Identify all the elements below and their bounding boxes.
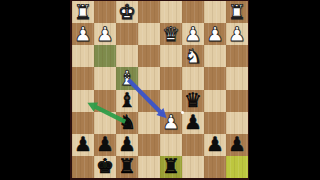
square-d3[interactable] xyxy=(160,45,182,67)
square-b4[interactable] xyxy=(204,67,226,89)
square-f7[interactable]: ♟ xyxy=(116,134,138,156)
piece-black-bishop[interactable]: ♝ xyxy=(118,90,136,110)
square-h2[interactable]: ♟ xyxy=(72,23,94,45)
letterbox-right xyxy=(249,0,320,180)
piece-white-queen[interactable]: ♛ xyxy=(162,24,180,44)
square-b7[interactable]: ♟ xyxy=(204,134,226,156)
square-c5[interactable]: ♛ xyxy=(182,90,204,112)
piece-white-knight[interactable]: ♞ xyxy=(184,46,202,66)
square-b8[interactable] xyxy=(204,156,226,178)
square-f3[interactable] xyxy=(116,45,138,67)
piece-white-pawn[interactable]: ♟ xyxy=(206,24,224,44)
square-f8[interactable]: ♜ xyxy=(116,156,138,178)
square-h8[interactable] xyxy=(72,156,94,178)
square-c2[interactable]: ♟ xyxy=(182,23,204,45)
square-e4[interactable] xyxy=(138,67,160,89)
square-d7[interactable] xyxy=(160,134,182,156)
square-g4[interactable] xyxy=(94,67,116,89)
piece-black-pawn[interactable]: ♟ xyxy=(228,134,246,154)
square-d2[interactable]: ♛ xyxy=(160,23,182,45)
square-e5[interactable] xyxy=(138,90,160,112)
piece-white-pawn[interactable]: ♟ xyxy=(228,24,246,44)
square-h3[interactable] xyxy=(72,45,94,67)
square-e6[interactable] xyxy=(138,112,160,134)
square-e1[interactable] xyxy=(138,1,160,23)
piece-black-queen[interactable]: ♛ xyxy=(184,90,202,110)
square-b6[interactable] xyxy=(204,112,226,134)
square-f5[interactable]: ♝ xyxy=(116,90,138,112)
square-a5[interactable] xyxy=(226,90,248,112)
square-f2[interactable] xyxy=(116,23,138,45)
square-b1[interactable] xyxy=(204,1,226,23)
piece-white-pawn[interactable]: ♟ xyxy=(74,24,92,44)
square-c8[interactable] xyxy=(182,156,204,178)
square-a3[interactable] xyxy=(226,45,248,67)
square-g7[interactable]: ♟ xyxy=(94,134,116,156)
piece-black-rook[interactable]: ♜ xyxy=(162,156,180,176)
piece-white-pawn[interactable]: ♟ xyxy=(184,24,202,44)
square-c7[interactable] xyxy=(182,134,204,156)
piece-white-pawn[interactable]: ♟ xyxy=(96,24,114,44)
square-c6[interactable]: ♟ xyxy=(182,112,204,134)
square-d5[interactable] xyxy=(160,90,182,112)
square-e7[interactable] xyxy=(138,134,160,156)
piece-black-pawn[interactable]: ♟ xyxy=(96,134,114,154)
square-b5[interactable] xyxy=(204,90,226,112)
piece-black-pawn[interactable]: ♟ xyxy=(118,134,136,154)
square-d8[interactable]: ♜ xyxy=(160,156,182,178)
piece-black-king[interactable]: ♚ xyxy=(96,156,114,176)
square-h4[interactable] xyxy=(72,67,94,89)
board-grid: ♜♚♜♟♟♛♟♟♟♞♝♝♛♞♟♟♟♟♟♟♟♚♜♜ xyxy=(72,1,248,178)
square-g3[interactable] xyxy=(94,45,116,67)
square-g5[interactable] xyxy=(94,90,116,112)
chess-board: ♜♚♜♟♟♛♟♟♟♞♝♝♛♞♟♟♟♟♟♟♟♚♜♜ xyxy=(70,0,249,180)
square-c3[interactable]: ♞ xyxy=(182,45,204,67)
piece-white-rook[interactable]: ♜ xyxy=(228,2,246,22)
square-g6[interactable] xyxy=(94,112,116,134)
piece-white-pawn[interactable]: ♟ xyxy=(162,112,180,132)
square-f6[interactable]: ♞ xyxy=(116,112,138,134)
square-b2[interactable]: ♟ xyxy=(204,23,226,45)
piece-black-pawn[interactable]: ♟ xyxy=(206,134,224,154)
square-a6[interactable] xyxy=(226,112,248,134)
stage: ♜♚♜♟♟♛♟♟♟♞♝♝♛♞♟♟♟♟♟♟♟♚♜♜ xyxy=(0,0,320,180)
square-g2[interactable]: ♟ xyxy=(94,23,116,45)
square-f4[interactable]: ♝ xyxy=(116,67,138,89)
square-d1[interactable] xyxy=(160,1,182,23)
piece-black-pawn[interactable]: ♟ xyxy=(184,112,202,132)
piece-white-bishop[interactable]: ♝ xyxy=(118,68,136,88)
square-a2[interactable]: ♟ xyxy=(226,23,248,45)
piece-black-knight[interactable]: ♞ xyxy=(118,112,136,132)
square-f1[interactable]: ♚ xyxy=(116,1,138,23)
letterbox-left xyxy=(0,0,70,180)
square-g8[interactable]: ♚ xyxy=(94,156,116,178)
square-h7[interactable]: ♟ xyxy=(72,134,94,156)
square-h6[interactable] xyxy=(72,112,94,134)
square-a1[interactable]: ♜ xyxy=(226,1,248,23)
square-a7[interactable]: ♟ xyxy=(226,134,248,156)
square-d4[interactable] xyxy=(160,67,182,89)
square-h5[interactable] xyxy=(72,90,94,112)
square-d6[interactable]: ♟ xyxy=(160,112,182,134)
square-e2[interactable] xyxy=(138,23,160,45)
square-e8[interactable] xyxy=(138,156,160,178)
piece-white-rook[interactable]: ♜ xyxy=(74,2,92,22)
square-a8[interactable] xyxy=(226,156,248,178)
square-b3[interactable] xyxy=(204,45,226,67)
square-h1[interactable]: ♜ xyxy=(72,1,94,23)
square-e3[interactable] xyxy=(138,45,160,67)
piece-black-rook[interactable]: ♜ xyxy=(118,156,136,176)
piece-black-pawn[interactable]: ♟ xyxy=(74,134,92,154)
square-c1[interactable] xyxy=(182,1,204,23)
square-c4[interactable] xyxy=(182,67,204,89)
square-g1[interactable] xyxy=(94,1,116,23)
square-a4[interactable] xyxy=(226,67,248,89)
piece-white-king[interactable]: ♚ xyxy=(118,2,136,22)
